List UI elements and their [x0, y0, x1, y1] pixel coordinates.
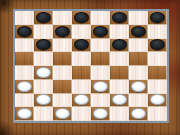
square-r2c0: [15, 39, 34, 53]
checkers-board: [13, 9, 169, 123]
square-r3c3: [72, 52, 91, 66]
black-man[interactable]: [150, 39, 165, 50]
square-r5c3: [72, 80, 91, 94]
black-man[interactable]: [17, 26, 32, 37]
square-r7c5: [110, 107, 129, 121]
white-man[interactable]: [36, 94, 51, 105]
square-r3c4[interactable]: [91, 52, 110, 66]
square-r6c3[interactable]: [72, 94, 91, 108]
square-r7c6[interactable]: [129, 107, 148, 121]
square-r1c6[interactable]: [129, 25, 148, 39]
square-r4c5[interactable]: [110, 66, 129, 80]
black-man[interactable]: [36, 39, 51, 50]
black-man[interactable]: [131, 26, 146, 37]
square-r6c5[interactable]: [110, 94, 129, 108]
square-r5c6[interactable]: [129, 80, 148, 94]
square-r4c4: [91, 66, 110, 80]
square-r3c0[interactable]: [15, 52, 34, 66]
square-r1c4[interactable]: [91, 25, 110, 39]
white-man[interactable]: [17, 108, 32, 119]
black-man[interactable]: [150, 12, 165, 23]
square-r0c1[interactable]: [34, 11, 53, 25]
square-r1c0[interactable]: [15, 25, 34, 39]
square-r6c4: [91, 94, 110, 108]
white-man[interactable]: [131, 81, 146, 92]
square-r7c1: [34, 107, 53, 121]
square-r6c0: [15, 94, 34, 108]
square-r1c5: [110, 25, 129, 39]
square-r5c5: [110, 80, 129, 94]
square-r3c6[interactable]: [129, 52, 148, 66]
white-man[interactable]: [112, 94, 127, 105]
black-man[interactable]: [55, 26, 70, 37]
black-man[interactable]: [93, 26, 108, 37]
square-r7c7: [148, 107, 167, 121]
checkers-game-window: [0, 0, 180, 135]
black-man[interactable]: [36, 12, 51, 23]
square-r4c2: [53, 66, 72, 80]
white-man[interactable]: [150, 94, 165, 105]
square-r6c2: [53, 94, 72, 108]
white-man[interactable]: [74, 94, 89, 105]
white-man[interactable]: [93, 108, 108, 119]
square-r1c1: [34, 25, 53, 39]
square-r4c6: [129, 66, 148, 80]
black-man[interactable]: [74, 39, 89, 50]
square-r2c7[interactable]: [148, 39, 167, 53]
square-r6c7[interactable]: [148, 94, 167, 108]
black-man[interactable]: [112, 12, 127, 23]
square-r7c3: [72, 107, 91, 121]
white-man[interactable]: [55, 108, 70, 119]
square-r7c2[interactable]: [53, 107, 72, 121]
square-r0c2: [53, 11, 72, 25]
square-r4c1[interactable]: [34, 66, 53, 80]
square-r3c1: [34, 52, 53, 66]
square-r7c4[interactable]: [91, 107, 110, 121]
square-r0c0: [15, 11, 34, 25]
square-r0c6: [129, 11, 148, 25]
square-r2c3[interactable]: [72, 39, 91, 53]
square-r4c3[interactable]: [72, 66, 91, 80]
square-r5c7: [148, 80, 167, 94]
square-r5c1: [34, 80, 53, 94]
black-man[interactable]: [74, 12, 89, 23]
square-r2c5[interactable]: [110, 39, 129, 53]
white-man[interactable]: [93, 81, 108, 92]
square-r4c7[interactable]: [148, 66, 167, 80]
square-r1c7: [148, 25, 167, 39]
square-r2c4: [91, 39, 110, 53]
square-r3c5: [110, 52, 129, 66]
square-r7c0[interactable]: [15, 107, 34, 121]
white-man[interactable]: [36, 67, 51, 78]
square-r0c4: [91, 11, 110, 25]
square-r2c2: [53, 39, 72, 53]
square-r6c6: [129, 94, 148, 108]
square-r4c0: [15, 66, 34, 80]
square-r1c3: [72, 25, 91, 39]
square-r2c6: [129, 39, 148, 53]
square-r0c3[interactable]: [72, 11, 91, 25]
square-r5c2[interactable]: [53, 80, 72, 94]
square-r1c2[interactable]: [53, 25, 72, 39]
white-man[interactable]: [131, 108, 146, 119]
square-r2c1[interactable]: [34, 39, 53, 53]
square-r3c2[interactable]: [53, 52, 72, 66]
square-r0c7[interactable]: [148, 11, 167, 25]
square-r6c1[interactable]: [34, 94, 53, 108]
black-man[interactable]: [112, 39, 127, 50]
square-r3c7: [148, 52, 167, 66]
square-r5c4[interactable]: [91, 80, 110, 94]
square-r5c0[interactable]: [15, 80, 34, 94]
square-r0c5[interactable]: [110, 11, 129, 25]
white-man[interactable]: [17, 81, 32, 92]
